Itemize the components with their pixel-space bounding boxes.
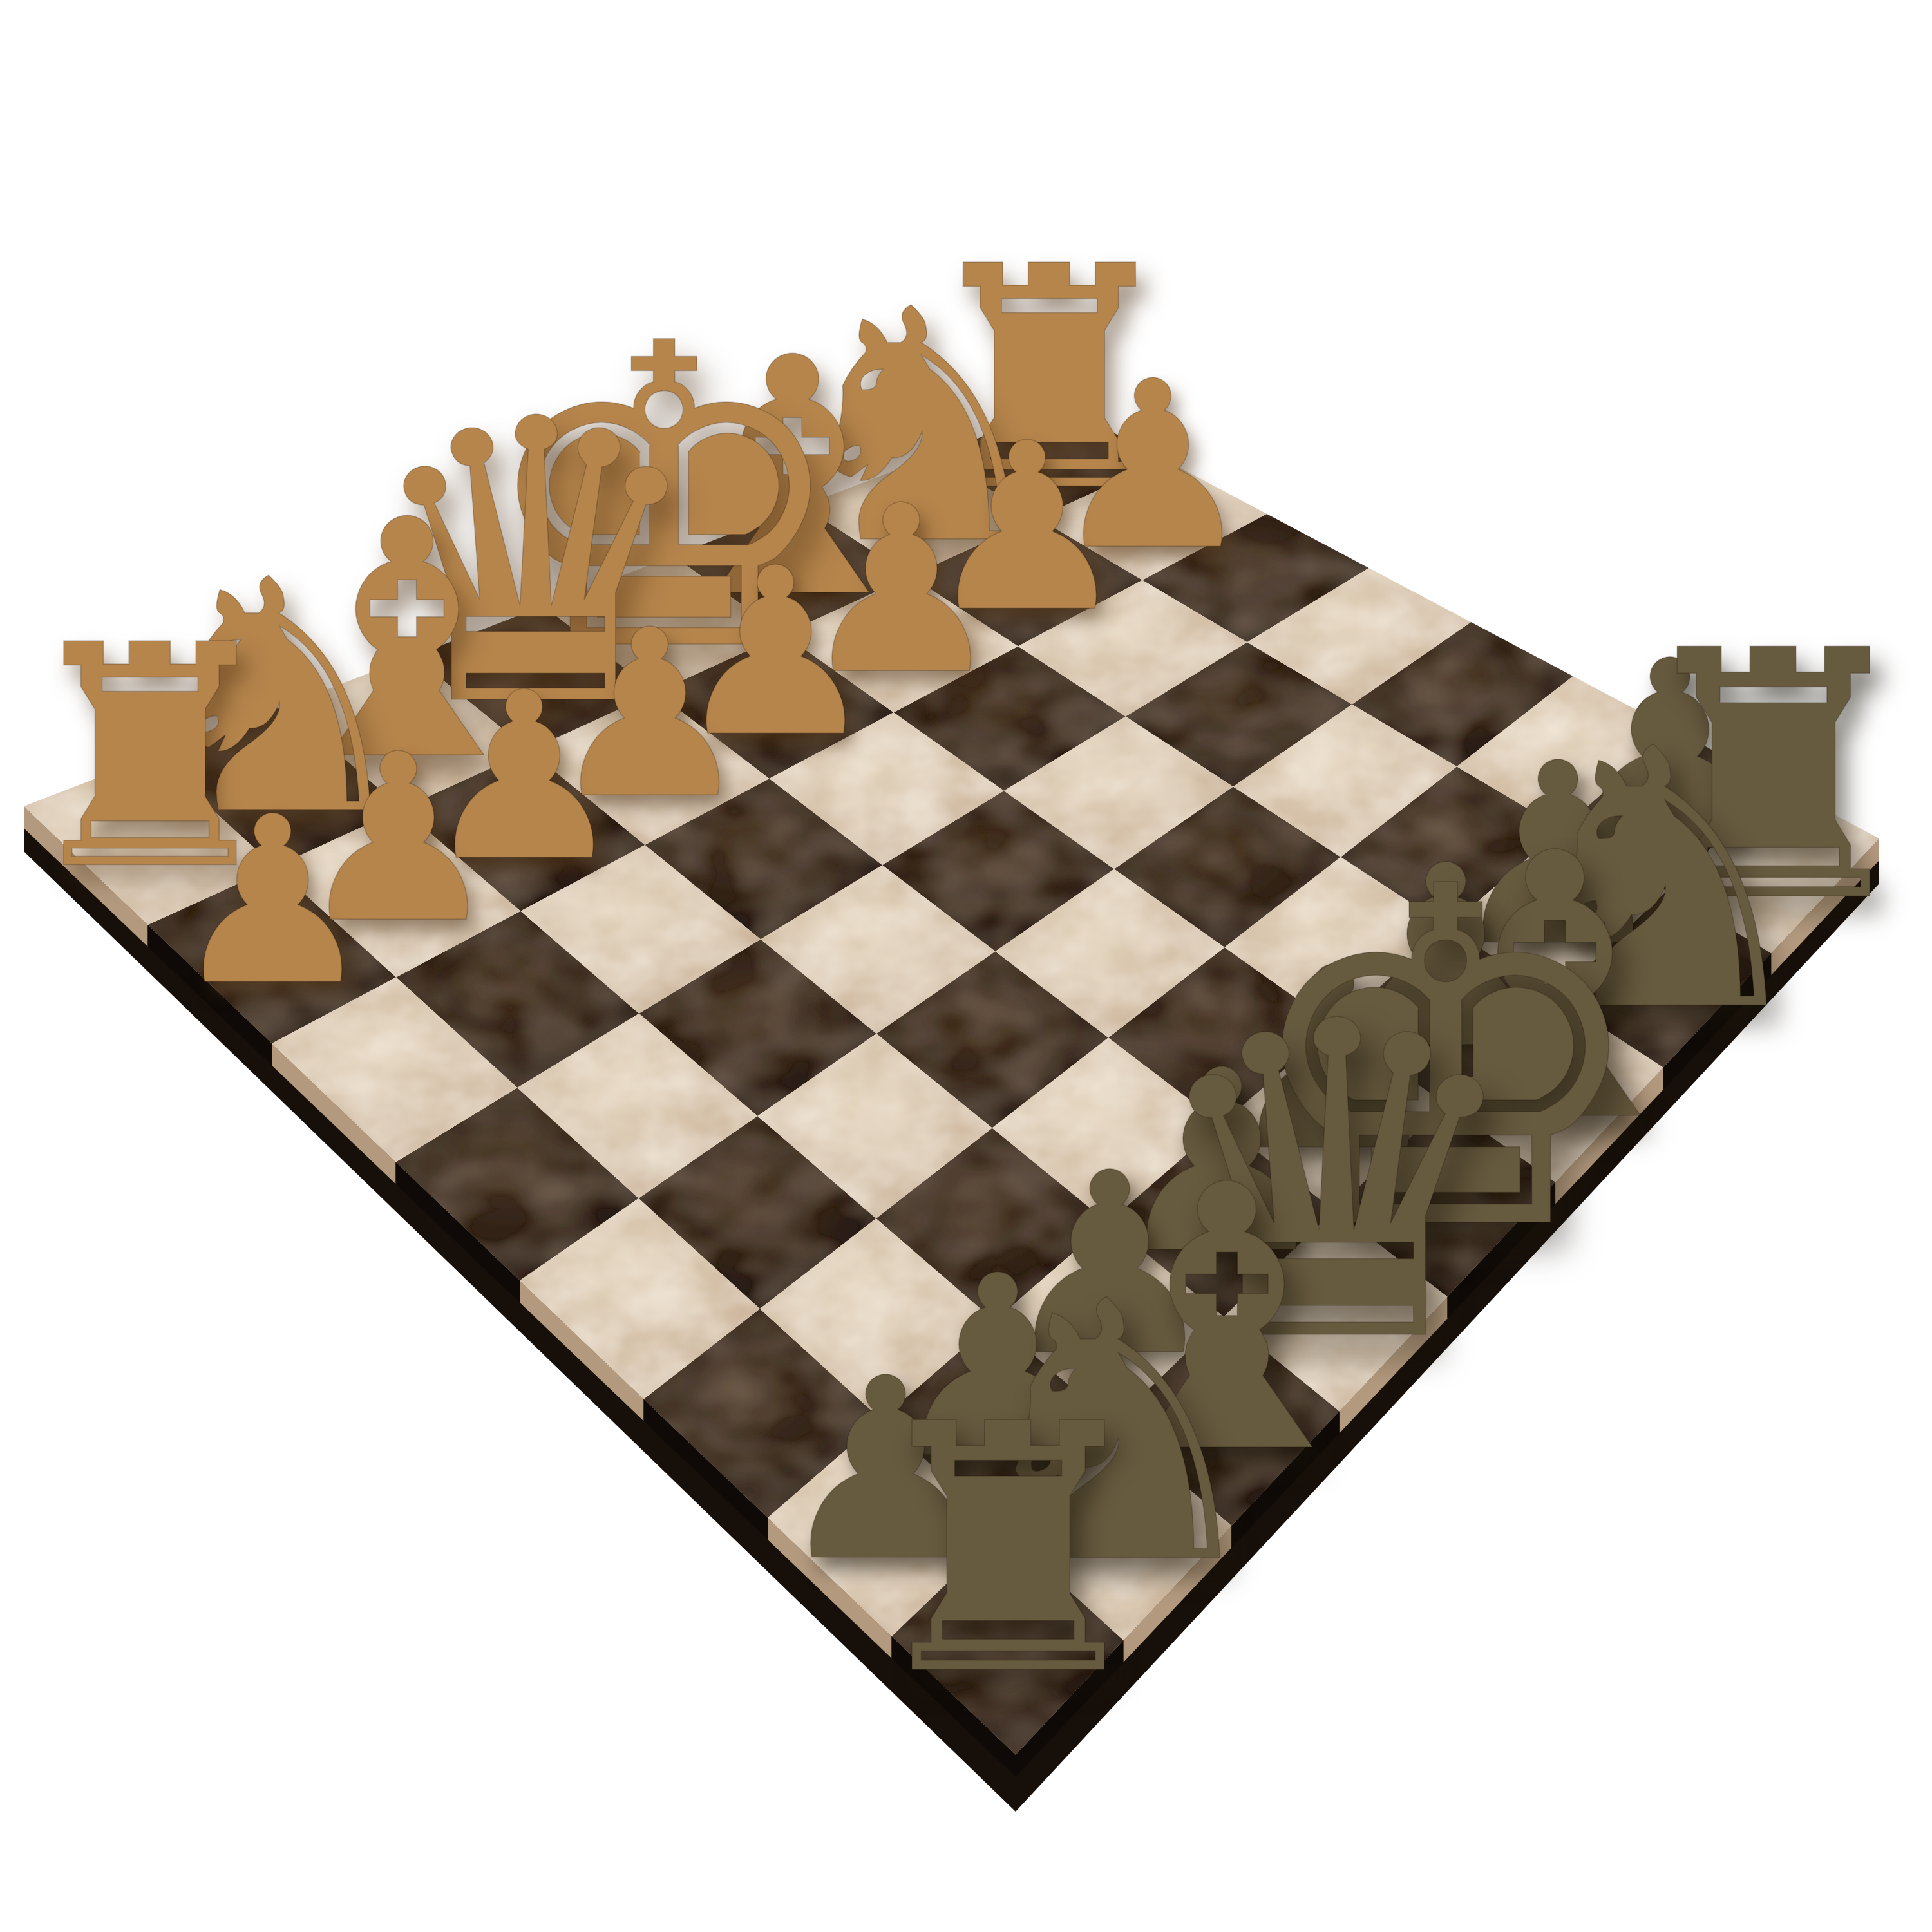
chess-set-photo: ♜♞♝♛♚♝♞♜♟♟♟♟♟♟♟♟♟♟♟♟♟♟♟♟♜♞♝♛♚♝♞♜ <box>0 0 1932 1932</box>
chess-board <box>0 0 1932 1932</box>
